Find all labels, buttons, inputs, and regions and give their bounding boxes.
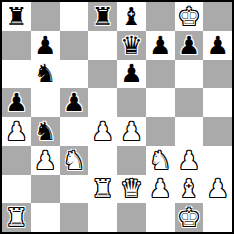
square-d8[interactable]: ♜ xyxy=(88,2,117,31)
square-g1[interactable]: ♚ xyxy=(175,203,204,232)
white-pawn-piece: ♟ xyxy=(5,119,27,144)
black-bishop-piece: ♝ xyxy=(120,4,142,29)
square-f5[interactable] xyxy=(146,88,175,117)
square-d5[interactable] xyxy=(88,88,117,117)
square-g6[interactable] xyxy=(175,60,204,89)
square-f2[interactable]: ♟ xyxy=(146,175,175,204)
square-d4[interactable]: ♟ xyxy=(88,117,117,146)
square-g2[interactable]: ♝ xyxy=(175,175,204,204)
chess-diagram: ♜♜♝♚♟♛♟♟♟♞♟♟♟♟♞♟♟♟♞♞♟♜♛♟♝♟♜♚ xyxy=(0,0,234,234)
square-a8[interactable]: ♜ xyxy=(2,2,31,31)
square-b3[interactable]: ♟ xyxy=(31,146,60,175)
square-h1[interactable] xyxy=(203,203,232,232)
white-rook-piece: ♜ xyxy=(5,205,27,230)
square-b4[interactable]: ♞ xyxy=(31,117,60,146)
square-f3[interactable]: ♞ xyxy=(146,146,175,175)
black-pawn-piece: ♟ xyxy=(149,33,171,58)
square-f4[interactable] xyxy=(146,117,175,146)
square-d1[interactable] xyxy=(88,203,117,232)
square-h6[interactable] xyxy=(203,60,232,89)
square-g7[interactable]: ♟ xyxy=(175,31,204,60)
square-b5[interactable] xyxy=(31,88,60,117)
white-rook-piece: ♜ xyxy=(91,176,113,201)
square-d2[interactable]: ♜ xyxy=(88,175,117,204)
square-d3[interactable] xyxy=(88,146,117,175)
square-a5[interactable]: ♟ xyxy=(2,88,31,117)
black-knight-piece: ♞ xyxy=(34,61,56,86)
square-g5[interactable] xyxy=(175,88,204,117)
square-h5[interactable] xyxy=(203,88,232,117)
black-pawn-piece: ♟ xyxy=(63,90,85,115)
square-d7[interactable] xyxy=(88,31,117,60)
black-pawn-piece: ♟ xyxy=(34,33,56,58)
white-queen-piece: ♛ xyxy=(120,176,142,201)
black-pawn-piece: ♟ xyxy=(5,90,27,115)
square-c1[interactable] xyxy=(60,203,89,232)
square-c3[interactable]: ♞ xyxy=(60,146,89,175)
chess-board: ♜♜♝♚♟♛♟♟♟♞♟♟♟♟♞♟♟♟♞♞♟♜♛♟♝♟♜♚ xyxy=(0,0,234,234)
square-f6[interactable] xyxy=(146,60,175,89)
square-e5[interactable] xyxy=(117,88,146,117)
square-c7[interactable] xyxy=(60,31,89,60)
square-b7[interactable]: ♟ xyxy=(31,31,60,60)
square-e6[interactable]: ♟ xyxy=(117,60,146,89)
white-pawn-piece: ♟ xyxy=(34,148,56,173)
square-g3[interactable]: ♟ xyxy=(175,146,204,175)
square-b2[interactable] xyxy=(31,175,60,204)
square-f1[interactable] xyxy=(146,203,175,232)
white-bishop-piece: ♝ xyxy=(178,176,200,201)
black-pawn-piece: ♟ xyxy=(120,61,142,86)
white-pawn-piece: ♟ xyxy=(206,176,228,201)
square-a7[interactable] xyxy=(2,31,31,60)
square-h8[interactable] xyxy=(203,2,232,31)
square-a1[interactable]: ♜ xyxy=(2,203,31,232)
square-c8[interactable] xyxy=(60,2,89,31)
square-e4[interactable]: ♟ xyxy=(117,117,146,146)
square-h3[interactable] xyxy=(203,146,232,175)
square-e2[interactable]: ♛ xyxy=(117,175,146,204)
square-a4[interactable]: ♟ xyxy=(2,117,31,146)
square-a6[interactable] xyxy=(2,60,31,89)
square-e8[interactable]: ♝ xyxy=(117,2,146,31)
white-king-piece: ♚ xyxy=(178,205,200,230)
white-knight-piece: ♞ xyxy=(63,148,85,173)
black-knight-piece: ♞ xyxy=(34,119,56,144)
square-c2[interactable] xyxy=(60,175,89,204)
white-pawn-piece: ♟ xyxy=(149,176,171,201)
square-h7[interactable]: ♟ xyxy=(203,31,232,60)
square-e1[interactable] xyxy=(117,203,146,232)
square-e7[interactable]: ♛ xyxy=(117,31,146,60)
black-pawn-piece: ♟ xyxy=(206,33,228,58)
square-b6[interactable]: ♞ xyxy=(31,60,60,89)
square-c6[interactable] xyxy=(60,60,89,89)
black-king-piece: ♚ xyxy=(178,4,200,29)
square-c4[interactable] xyxy=(60,117,89,146)
black-pawn-piece: ♟ xyxy=(178,33,200,58)
black-rook-piece: ♜ xyxy=(91,4,113,29)
white-pawn-piece: ♟ xyxy=(120,119,142,144)
white-pawn-piece: ♟ xyxy=(91,119,113,144)
square-g8[interactable]: ♚ xyxy=(175,2,204,31)
square-g4[interactable] xyxy=(175,117,204,146)
square-e3[interactable] xyxy=(117,146,146,175)
square-d6[interactable] xyxy=(88,60,117,89)
square-a2[interactable] xyxy=(2,175,31,204)
square-f7[interactable]: ♟ xyxy=(146,31,175,60)
square-b1[interactable] xyxy=(31,203,60,232)
white-pawn-piece: ♟ xyxy=(178,148,200,173)
square-b8[interactable] xyxy=(31,2,60,31)
square-c5[interactable]: ♟ xyxy=(60,88,89,117)
square-a3[interactable] xyxy=(2,146,31,175)
black-queen-piece: ♛ xyxy=(120,33,142,58)
black-rook-piece: ♜ xyxy=(5,4,27,29)
square-f8[interactable] xyxy=(146,2,175,31)
square-h4[interactable] xyxy=(203,117,232,146)
white-knight-piece: ♞ xyxy=(149,148,171,173)
square-h2[interactable]: ♟ xyxy=(203,175,232,204)
